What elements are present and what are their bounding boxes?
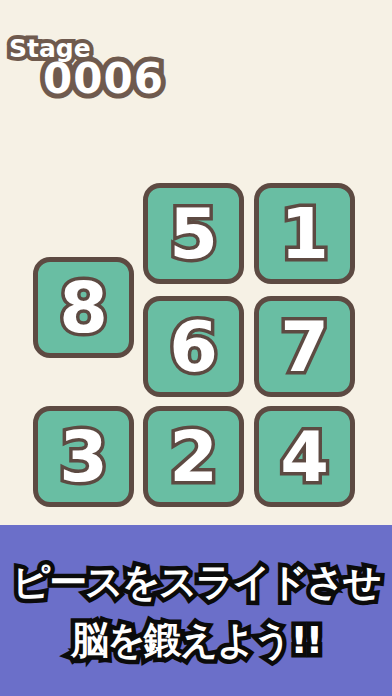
tile-4[interactable]: 4 4 [254, 406, 355, 507]
tile-3[interactable]: 3 3 [33, 406, 134, 507]
game-screen: Stage Stage 0006 0006 5 5 1 1 8 8 6 6 7 … [0, 0, 392, 696]
tile-2[interactable]: 2 2 [143, 406, 244, 507]
tile-8[interactable]: 8 8 [33, 257, 134, 358]
tile-7[interactable]: 7 7 [254, 296, 355, 397]
tile-5[interactable]: 5 5 [143, 183, 244, 284]
tile-6[interactable]: 6 6 [143, 296, 244, 397]
banner-line-1: ピースをスライドさせ ピースをスライドさせ [12, 563, 380, 601]
banner-line-2-text: 脳を鍛えよう!! [71, 618, 321, 662]
tile-1[interactable]: 1 1 [254, 183, 355, 284]
banner-line-1-text: ピースをスライドさせ [12, 560, 380, 604]
promo-banner: ピースをスライドさせ ピースをスライドさせ 脳を鍛えよう!! 脳を鍛えよう!! [0, 525, 392, 696]
stage-number-text: 0006 [43, 54, 164, 103]
stage-number: 0006 0006 [43, 58, 164, 100]
banner-line-2: 脳を鍛えよう!! 脳を鍛えよう!! [71, 621, 321, 659]
